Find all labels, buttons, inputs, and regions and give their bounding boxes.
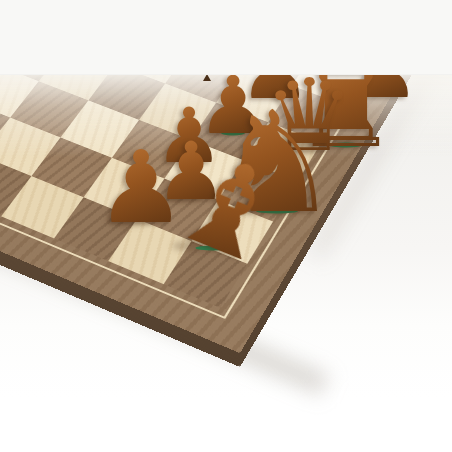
product-photo-canvas: ♟♜♛♟♟♟♟♞♟♝ (0, 0, 452, 452)
photo-crop-strip (0, 0, 452, 75)
distant-piece-tip (203, 74, 211, 81)
